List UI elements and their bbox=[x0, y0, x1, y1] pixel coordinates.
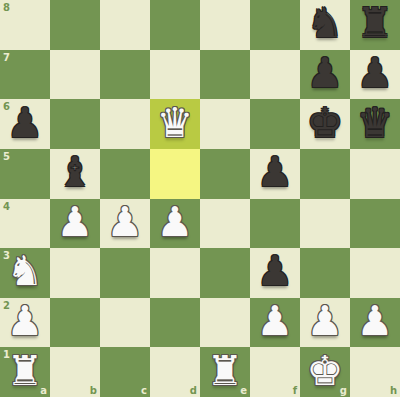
rank-label-1: 1 bbox=[3, 349, 10, 360]
square-g6[interactable]: ♚ bbox=[300, 99, 350, 149]
square-c3[interactable] bbox=[100, 248, 150, 298]
square-a4[interactable]: 4 bbox=[0, 199, 50, 249]
square-e2[interactable] bbox=[200, 298, 250, 348]
square-d4[interactable]: ♟ bbox=[150, 199, 200, 249]
rank-label-2: 2 bbox=[3, 300, 10, 311]
file-label-f: f bbox=[293, 385, 297, 396]
square-a7[interactable]: 7 bbox=[0, 50, 50, 100]
file-label-b: b bbox=[90, 385, 97, 396]
rank-label-5: 5 bbox=[3, 151, 10, 162]
square-h3[interactable] bbox=[350, 248, 400, 298]
square-d3[interactable] bbox=[150, 248, 200, 298]
square-g2[interactable]: ♟ bbox=[300, 298, 350, 348]
square-h4[interactable] bbox=[350, 199, 400, 249]
square-c1[interactable]: c bbox=[100, 347, 150, 397]
square-e3[interactable] bbox=[200, 248, 250, 298]
square-b1[interactable]: b bbox=[50, 347, 100, 397]
piece-black-pawn[interactable]: ♟ bbox=[257, 152, 294, 193]
file-label-c: c bbox=[141, 385, 147, 396]
file-label-e: e bbox=[240, 385, 247, 396]
square-c2[interactable] bbox=[100, 298, 150, 348]
piece-white-pawn[interactable]: ♟ bbox=[157, 202, 194, 243]
rank-label-3: 3 bbox=[3, 250, 10, 261]
square-a6[interactable]: 6♟ bbox=[0, 99, 50, 149]
square-c5[interactable] bbox=[100, 149, 150, 199]
piece-black-pawn[interactable]: ♟ bbox=[357, 53, 394, 94]
piece-black-knight[interactable]: ♞ bbox=[307, 3, 344, 44]
square-e8[interactable] bbox=[200, 0, 250, 50]
square-f6[interactable] bbox=[250, 99, 300, 149]
piece-black-pawn[interactable]: ♟ bbox=[7, 103, 44, 144]
square-h6[interactable]: ♛ bbox=[350, 99, 400, 149]
square-e7[interactable] bbox=[200, 50, 250, 100]
square-f2[interactable]: ♟ bbox=[250, 298, 300, 348]
square-h1[interactable]: h bbox=[350, 347, 400, 397]
file-label-h: h bbox=[390, 385, 397, 396]
piece-white-rook[interactable]: ♜ bbox=[7, 351, 44, 392]
square-c8[interactable] bbox=[100, 0, 150, 50]
square-d2[interactable] bbox=[150, 298, 200, 348]
file-label-g: g bbox=[340, 385, 347, 396]
square-e1[interactable]: e♜ bbox=[200, 347, 250, 397]
file-label-a: a bbox=[40, 385, 47, 396]
square-a2[interactable]: 2♟ bbox=[0, 298, 50, 348]
piece-black-king[interactable]: ♚ bbox=[307, 103, 344, 144]
square-e4[interactable] bbox=[200, 199, 250, 249]
square-f3[interactable]: ♟ bbox=[250, 248, 300, 298]
square-b3[interactable] bbox=[50, 248, 100, 298]
piece-white-queen[interactable]: ♛ bbox=[157, 103, 194, 144]
rank-label-8: 8 bbox=[3, 2, 10, 13]
piece-white-pawn[interactable]: ♟ bbox=[107, 202, 144, 243]
piece-white-rook[interactable]: ♜ bbox=[207, 351, 244, 392]
rank-label-4: 4 bbox=[3, 201, 10, 212]
piece-white-pawn[interactable]: ♟ bbox=[7, 301, 44, 342]
square-g8[interactable]: ♞ bbox=[300, 0, 350, 50]
square-d8[interactable] bbox=[150, 0, 200, 50]
square-d6[interactable]: ♛ bbox=[150, 99, 200, 149]
square-f5[interactable]: ♟ bbox=[250, 149, 300, 199]
square-e6[interactable] bbox=[200, 99, 250, 149]
piece-white-pawn[interactable]: ♟ bbox=[57, 202, 94, 243]
piece-black-pawn[interactable]: ♟ bbox=[307, 53, 344, 94]
square-a8[interactable]: 8 bbox=[0, 0, 50, 50]
square-h2[interactable]: ♟ bbox=[350, 298, 400, 348]
piece-white-king[interactable]: ♚ bbox=[307, 351, 344, 392]
square-g5[interactable] bbox=[300, 149, 350, 199]
square-f4[interactable] bbox=[250, 199, 300, 249]
rank-label-6: 6 bbox=[3, 101, 10, 112]
piece-black-pawn[interactable]: ♟ bbox=[257, 251, 294, 292]
square-a3[interactable]: 3♞ bbox=[0, 248, 50, 298]
piece-black-queen[interactable]: ♛ bbox=[357, 103, 394, 144]
square-g7[interactable]: ♟ bbox=[300, 50, 350, 100]
square-c7[interactable] bbox=[100, 50, 150, 100]
square-f1[interactable]: f bbox=[250, 347, 300, 397]
square-b4[interactable]: ♟ bbox=[50, 199, 100, 249]
piece-white-pawn[interactable]: ♟ bbox=[307, 301, 344, 342]
piece-black-bishop[interactable]: ♝ bbox=[57, 152, 94, 193]
square-a1[interactable]: 1a♜ bbox=[0, 347, 50, 397]
square-h7[interactable]: ♟ bbox=[350, 50, 400, 100]
chess-board: 8♞♜7♟♟6♟♛♚♛5♝♟4♟♟♟3♞♟2♟♟♟♟1a♜bcde♜fg♚h bbox=[0, 0, 400, 397]
square-f8[interactable] bbox=[250, 0, 300, 50]
square-e5[interactable] bbox=[200, 149, 250, 199]
piece-white-pawn[interactable]: ♟ bbox=[357, 301, 394, 342]
square-g3[interactable] bbox=[300, 248, 350, 298]
square-a5[interactable]: 5 bbox=[0, 149, 50, 199]
square-c6[interactable] bbox=[100, 99, 150, 149]
piece-white-knight[interactable]: ♞ bbox=[7, 251, 44, 292]
piece-black-rook[interactable]: ♜ bbox=[357, 3, 394, 44]
square-b6[interactable] bbox=[50, 99, 100, 149]
square-d7[interactable] bbox=[150, 50, 200, 100]
square-g4[interactable] bbox=[300, 199, 350, 249]
square-h5[interactable] bbox=[350, 149, 400, 199]
piece-white-pawn[interactable]: ♟ bbox=[257, 301, 294, 342]
square-d1[interactable]: d bbox=[150, 347, 200, 397]
square-g1[interactable]: g♚ bbox=[300, 347, 350, 397]
square-b2[interactable] bbox=[50, 298, 100, 348]
square-b8[interactable] bbox=[50, 0, 100, 50]
square-d5[interactable] bbox=[150, 149, 200, 199]
square-c4[interactable]: ♟ bbox=[100, 199, 150, 249]
square-h8[interactable]: ♜ bbox=[350, 0, 400, 50]
file-label-d: d bbox=[190, 385, 197, 396]
square-b5[interactable]: ♝ bbox=[50, 149, 100, 199]
square-b7[interactable] bbox=[50, 50, 100, 100]
square-f7[interactable] bbox=[250, 50, 300, 100]
rank-label-7: 7 bbox=[3, 52, 10, 63]
